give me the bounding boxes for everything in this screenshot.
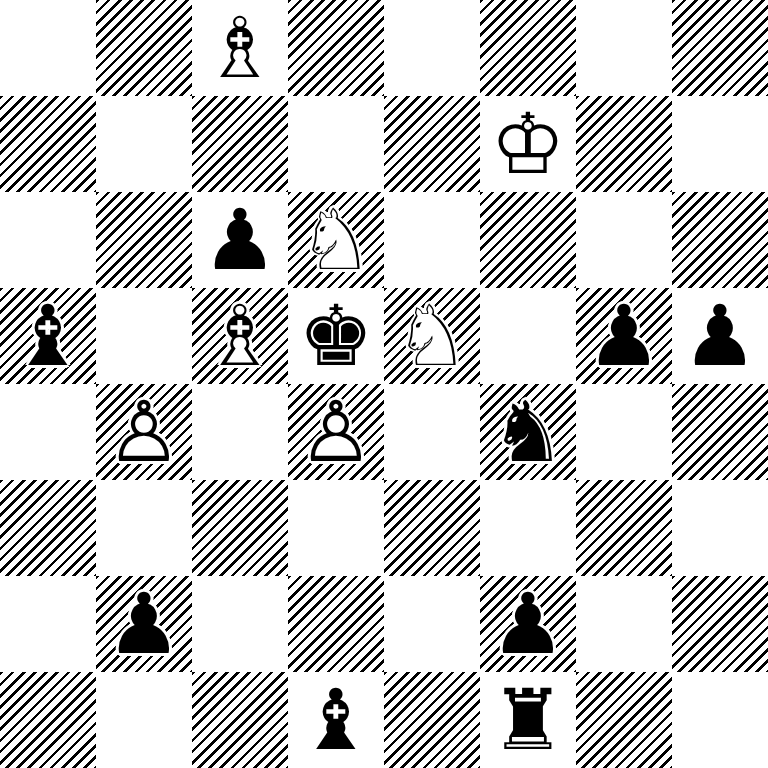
- piece-white-knight: ♘: [288, 192, 384, 288]
- square-d3[interactable]: [288, 480, 384, 576]
- square-b5[interactable]: [96, 288, 192, 384]
- piece-white-knight: ♘: [384, 288, 480, 384]
- piece-black-pawn: ♟: [192, 192, 288, 288]
- piece-black-rook: ♜: [480, 672, 576, 768]
- square-d7[interactable]: [288, 96, 384, 192]
- square-f1[interactable]: ♜♜: [480, 672, 576, 768]
- square-c3[interactable]: [192, 480, 288, 576]
- white-pawn-halo: ♟: [288, 384, 384, 480]
- square-c5[interactable]: ♝♗: [192, 288, 288, 384]
- white-pawn-halo: ♟: [96, 384, 192, 480]
- square-e3[interactable]: [384, 480, 480, 576]
- square-c2[interactable]: [192, 576, 288, 672]
- black-pawn-halo: ♟: [192, 192, 288, 288]
- square-a2[interactable]: [0, 576, 96, 672]
- square-g1[interactable]: [576, 672, 672, 768]
- black-pawn-halo: ♟: [480, 576, 576, 672]
- piece-black-king: ♚: [288, 288, 384, 384]
- piece-black-knight: ♞: [480, 384, 576, 480]
- piece-black-pawn: ♟: [480, 576, 576, 672]
- square-g3[interactable]: [576, 480, 672, 576]
- white-king-halo: ♚: [480, 96, 576, 192]
- square-h5[interactable]: ♟♟: [672, 288, 768, 384]
- square-g5[interactable]: ♟♟: [576, 288, 672, 384]
- square-a3[interactable]: [0, 480, 96, 576]
- square-d6[interactable]: ♞♘: [288, 192, 384, 288]
- square-a4[interactable]: [0, 384, 96, 480]
- square-e8[interactable]: [384, 0, 480, 96]
- piece-white-pawn: ♙: [96, 384, 192, 480]
- square-e4[interactable]: [384, 384, 480, 480]
- square-f4[interactable]: ♞♞: [480, 384, 576, 480]
- square-g8[interactable]: [576, 0, 672, 96]
- square-g7[interactable]: [576, 96, 672, 192]
- square-h3[interactable]: [672, 480, 768, 576]
- square-f6[interactable]: [480, 192, 576, 288]
- piece-white-king: ♔: [480, 96, 576, 192]
- square-f7[interactable]: ♚♔: [480, 96, 576, 192]
- chess-board: ♝♗♚♔♟♟♞♘♝♝♝♗♚♚♞♘♟♟♟♟♟♙♟♙♞♞♟♟♟♟♝♝♜♜: [0, 0, 768, 768]
- square-h1[interactable]: [672, 672, 768, 768]
- square-a1[interactable]: [0, 672, 96, 768]
- square-e1[interactable]: [384, 672, 480, 768]
- square-d4[interactable]: ♟♙: [288, 384, 384, 480]
- square-g6[interactable]: [576, 192, 672, 288]
- piece-black-bishop: ♝: [0, 288, 96, 384]
- square-a5[interactable]: ♝♝: [0, 288, 96, 384]
- square-e2[interactable]: [384, 576, 480, 672]
- piece-black-pawn: ♟: [96, 576, 192, 672]
- square-d2[interactable]: [288, 576, 384, 672]
- black-king-halo: ♚: [288, 288, 384, 384]
- square-h8[interactable]: [672, 0, 768, 96]
- piece-white-pawn: ♙: [288, 384, 384, 480]
- square-d8[interactable]: [288, 0, 384, 96]
- piece-black-pawn: ♟: [576, 288, 672, 384]
- square-b6[interactable]: [96, 192, 192, 288]
- square-d1[interactable]: ♝♝: [288, 672, 384, 768]
- square-e5[interactable]: ♞♘: [384, 288, 480, 384]
- black-pawn-halo: ♟: [672, 288, 768, 384]
- square-c8[interactable]: ♝♗: [192, 0, 288, 96]
- white-knight-halo: ♞: [384, 288, 480, 384]
- black-knight-halo: ♞: [480, 384, 576, 480]
- square-b3[interactable]: [96, 480, 192, 576]
- black-pawn-halo: ♟: [576, 288, 672, 384]
- square-f3[interactable]: [480, 480, 576, 576]
- square-e6[interactable]: [384, 192, 480, 288]
- white-knight-halo: ♞: [288, 192, 384, 288]
- piece-white-bishop: ♗: [192, 288, 288, 384]
- black-bishop-halo: ♝: [0, 288, 96, 384]
- square-h6[interactable]: [672, 192, 768, 288]
- piece-black-bishop: ♝: [288, 672, 384, 768]
- square-e7[interactable]: [384, 96, 480, 192]
- square-a7[interactable]: [0, 96, 96, 192]
- black-pawn-halo: ♟: [96, 576, 192, 672]
- piece-black-pawn: ♟: [672, 288, 768, 384]
- square-h7[interactable]: [672, 96, 768, 192]
- square-d5[interactable]: ♚♚: [288, 288, 384, 384]
- black-rook-halo: ♜: [480, 672, 576, 768]
- square-g4[interactable]: [576, 384, 672, 480]
- square-b4[interactable]: ♟♙: [96, 384, 192, 480]
- square-f5[interactable]: [480, 288, 576, 384]
- square-b8[interactable]: [96, 0, 192, 96]
- square-c4[interactable]: [192, 384, 288, 480]
- square-a8[interactable]: [0, 0, 96, 96]
- square-h2[interactable]: [672, 576, 768, 672]
- square-a6[interactable]: [0, 192, 96, 288]
- white-bishop-halo: ♝: [192, 288, 288, 384]
- square-h4[interactable]: [672, 384, 768, 480]
- square-b2[interactable]: ♟♟: [96, 576, 192, 672]
- square-f8[interactable]: [480, 0, 576, 96]
- square-c6[interactable]: ♟♟: [192, 192, 288, 288]
- white-bishop-halo: ♝: [192, 0, 288, 96]
- square-b1[interactable]: [96, 672, 192, 768]
- square-c1[interactable]: [192, 672, 288, 768]
- square-c7[interactable]: [192, 96, 288, 192]
- piece-white-bishop: ♗: [192, 0, 288, 96]
- black-bishop-halo: ♝: [288, 672, 384, 768]
- square-b7[interactable]: [96, 96, 192, 192]
- square-f2[interactable]: ♟♟: [480, 576, 576, 672]
- square-g2[interactable]: [576, 576, 672, 672]
